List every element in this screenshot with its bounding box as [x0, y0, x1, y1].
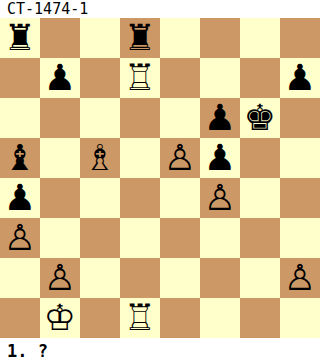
square-c7[interactable] [80, 58, 120, 98]
square-h2[interactable]: ♙ [280, 258, 320, 298]
square-c6[interactable] [80, 98, 120, 138]
square-f2[interactable] [200, 258, 240, 298]
square-g5[interactable] [240, 138, 280, 178]
square-f8[interactable] [200, 18, 240, 58]
square-h7[interactable]: ♟ [280, 58, 320, 98]
square-g1[interactable] [240, 298, 280, 338]
square-h6[interactable] [280, 98, 320, 138]
black-king-g6: ♚ [244, 98, 276, 138]
white-rook-d1: ♖ [124, 298, 156, 338]
square-b5[interactable] [40, 138, 80, 178]
square-a5[interactable]: ♝ [0, 138, 40, 178]
square-e3[interactable] [160, 218, 200, 258]
square-f7[interactable] [200, 58, 240, 98]
square-c8[interactable] [80, 18, 120, 58]
square-h8[interactable] [280, 18, 320, 58]
black-rook-a8: ♜ [4, 18, 36, 58]
square-c5[interactable]: ♗ [80, 138, 120, 178]
square-c3[interactable] [80, 218, 120, 258]
square-e4[interactable] [160, 178, 200, 218]
square-f1[interactable] [200, 298, 240, 338]
square-c2[interactable] [80, 258, 120, 298]
square-a4[interactable]: ♟ [0, 178, 40, 218]
black-rook-d8: ♜ [124, 18, 156, 58]
square-e7[interactable] [160, 58, 200, 98]
white-pawn-b2: ♙ [44, 258, 76, 298]
white-king-b1: ♔ [44, 298, 76, 338]
black-pawn-f5: ♟ [204, 138, 236, 178]
white-pawn-e5: ♙ [164, 138, 196, 178]
square-b1[interactable]: ♔ [40, 298, 80, 338]
square-b4[interactable] [40, 178, 80, 218]
square-g8[interactable] [240, 18, 280, 58]
white-pawn-a3: ♙ [4, 218, 36, 258]
square-d6[interactable] [120, 98, 160, 138]
square-d4[interactable] [120, 178, 160, 218]
square-e8[interactable] [160, 18, 200, 58]
chess-puzzle-page: CT-1474-1 ♜♜♟♖♟♟♚♝♗♙♟♟♙♙♙♙♔♖ 1. ? [0, 0, 320, 360]
black-pawn-h7: ♟ [284, 58, 316, 98]
square-d7[interactable]: ♖ [120, 58, 160, 98]
square-b7[interactable]: ♟ [40, 58, 80, 98]
square-d3[interactable] [120, 218, 160, 258]
square-f6[interactable]: ♟ [200, 98, 240, 138]
white-pawn-f4: ♙ [204, 178, 236, 218]
square-f4[interactable]: ♙ [200, 178, 240, 218]
white-bishop-c5: ♗ [84, 138, 116, 178]
square-a3[interactable]: ♙ [0, 218, 40, 258]
square-a6[interactable] [0, 98, 40, 138]
square-g7[interactable] [240, 58, 280, 98]
square-a8[interactable]: ♜ [0, 18, 40, 58]
square-h3[interactable] [280, 218, 320, 258]
black-bishop-a5: ♝ [4, 138, 36, 178]
square-a2[interactable] [0, 258, 40, 298]
white-rook-d7: ♖ [124, 58, 156, 98]
square-g3[interactable] [240, 218, 280, 258]
square-f5[interactable]: ♟ [200, 138, 240, 178]
move-prompt: 1. ? [0, 338, 320, 360]
square-h5[interactable] [280, 138, 320, 178]
black-pawn-a4: ♟ [4, 178, 36, 218]
square-e2[interactable] [160, 258, 200, 298]
chess-board: ♜♜♟♖♟♟♚♝♗♙♟♟♙♙♙♙♔♖ [0, 18, 320, 338]
square-e6[interactable] [160, 98, 200, 138]
square-g6[interactable]: ♚ [240, 98, 280, 138]
square-c1[interactable] [80, 298, 120, 338]
square-a7[interactable] [0, 58, 40, 98]
square-b6[interactable] [40, 98, 80, 138]
square-b3[interactable] [40, 218, 80, 258]
square-d5[interactable] [120, 138, 160, 178]
square-a1[interactable] [0, 298, 40, 338]
puzzle-title: CT-1474-1 [0, 0, 320, 18]
black-pawn-b7: ♟ [44, 58, 76, 98]
square-b2[interactable]: ♙ [40, 258, 80, 298]
black-pawn-f6: ♟ [204, 98, 236, 138]
square-c4[interactable] [80, 178, 120, 218]
square-h4[interactable] [280, 178, 320, 218]
square-d8[interactable]: ♜ [120, 18, 160, 58]
square-b8[interactable] [40, 18, 80, 58]
square-d1[interactable]: ♖ [120, 298, 160, 338]
square-g4[interactable] [240, 178, 280, 218]
square-d2[interactable] [120, 258, 160, 298]
square-e1[interactable] [160, 298, 200, 338]
square-h1[interactable] [280, 298, 320, 338]
white-pawn-h2: ♙ [284, 258, 316, 298]
square-f3[interactable] [200, 218, 240, 258]
square-g2[interactable] [240, 258, 280, 298]
square-e5[interactable]: ♙ [160, 138, 200, 178]
